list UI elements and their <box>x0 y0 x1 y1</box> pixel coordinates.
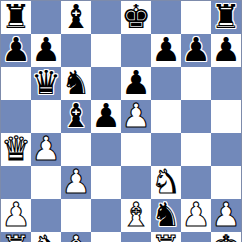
square-e5[interactable]: ♟ <box>121 100 151 133</box>
piece-white-rook[interactable]: ♜ <box>1 231 31 242</box>
square-e8[interactable]: ♚ <box>121 1 151 34</box>
piece-black-king[interactable]: ♚ <box>121 0 151 33</box>
square-d4[interactable] <box>91 133 121 166</box>
square-d5[interactable]: ♟ <box>91 100 121 133</box>
piece-white-bishop[interactable]: ♝ <box>61 231 91 242</box>
piece-black-knight[interactable]: ♞ <box>61 66 91 99</box>
square-g6[interactable] <box>181 67 211 100</box>
square-a1[interactable]: ♜ <box>1 232 31 242</box>
piece-black-pawn[interactable]: ♟ <box>211 33 241 66</box>
piece-black-pawn[interactable]: ♟ <box>181 33 211 66</box>
square-h6[interactable] <box>211 67 241 100</box>
piece-white-queen[interactable]: ♛ <box>1 132 31 165</box>
piece-white-knight[interactable]: ♞ <box>151 165 181 198</box>
piece-black-pawn[interactable]: ♟ <box>91 99 121 132</box>
square-h1[interactable]: ♚ <box>211 232 241 242</box>
square-d3[interactable] <box>91 166 121 199</box>
piece-white-pawn[interactable]: ♟ <box>181 198 211 231</box>
square-a6[interactable] <box>1 67 31 100</box>
square-f6[interactable] <box>151 67 181 100</box>
piece-black-pawn[interactable]: ♟ <box>1 33 31 66</box>
piece-black-knight[interactable]: ♞ <box>151 198 181 231</box>
piece-black-bishop[interactable]: ♝ <box>61 0 91 33</box>
piece-black-rook[interactable]: ♜ <box>211 0 241 33</box>
square-d7[interactable] <box>91 34 121 67</box>
square-e2[interactable]: ♝ <box>121 199 151 232</box>
square-g5[interactable] <box>181 100 211 133</box>
square-g7[interactable]: ♟ <box>181 34 211 67</box>
square-h5[interactable] <box>211 100 241 133</box>
square-f7[interactable]: ♟ <box>151 34 181 67</box>
piece-white-pawn[interactable]: ♟ <box>1 198 31 231</box>
square-a4[interactable]: ♛ <box>1 133 31 166</box>
square-b3[interactable] <box>31 166 61 199</box>
square-d8[interactable] <box>91 1 121 34</box>
piece-white-bishop[interactable]: ♝ <box>121 198 151 231</box>
square-h7[interactable]: ♟ <box>211 34 241 67</box>
piece-white-knight[interactable]: ♞ <box>31 231 61 242</box>
piece-white-pawn[interactable]: ♟ <box>121 99 151 132</box>
square-b1[interactable]: ♞ <box>31 232 61 242</box>
piece-black-queen[interactable]: ♛ <box>31 66 61 99</box>
square-b6[interactable]: ♛ <box>31 67 61 100</box>
square-h4[interactable] <box>211 133 241 166</box>
square-c3[interactable]: ♟ <box>61 166 91 199</box>
square-f5[interactable] <box>151 100 181 133</box>
square-e4[interactable] <box>121 133 151 166</box>
square-a7[interactable]: ♟ <box>1 34 31 67</box>
square-c8[interactable]: ♝ <box>61 1 91 34</box>
square-d1[interactable] <box>91 232 121 242</box>
piece-white-king[interactable]: ♚ <box>211 231 241 242</box>
square-f1[interactable]: ♜ <box>151 232 181 242</box>
piece-white-pawn[interactable]: ♟ <box>211 198 241 231</box>
piece-black-pawn[interactable]: ♟ <box>31 33 61 66</box>
piece-white-pawn[interactable]: ♟ <box>31 132 61 165</box>
square-d2[interactable] <box>91 199 121 232</box>
piece-black-pawn[interactable]: ♟ <box>121 66 151 99</box>
chess-board: ♜♝♚♜♟♟♟♟♟♛♞♟♝♟♟♛♟♟♞♟♝♞♟♟♜♞♝♜♚ <box>0 0 242 242</box>
square-g4[interactable] <box>181 133 211 166</box>
piece-black-rook[interactable]: ♜ <box>1 0 31 33</box>
piece-white-pawn[interactable]: ♟ <box>61 165 91 198</box>
square-c1[interactable]: ♝ <box>61 232 91 242</box>
square-c5[interactable]: ♝ <box>61 100 91 133</box>
square-g2[interactable]: ♟ <box>181 199 211 232</box>
piece-black-pawn[interactable]: ♟ <box>151 33 181 66</box>
square-b4[interactable]: ♟ <box>31 133 61 166</box>
piece-black-bishop[interactable]: ♝ <box>61 99 91 132</box>
piece-white-rook[interactable]: ♜ <box>151 231 181 242</box>
